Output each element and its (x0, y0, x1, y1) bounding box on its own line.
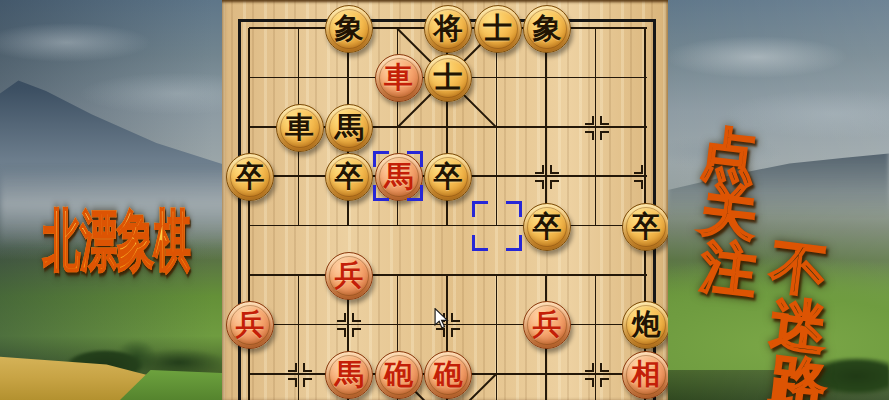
piece-black-車-f1r2[interactable]: 車 (276, 104, 324, 152)
banner-no-lost-text: 不迷路 (768, 240, 830, 400)
grid-line (496, 275, 498, 400)
piece-black-卒-f4r3[interactable]: 卒 (424, 153, 472, 201)
star-point-marker (534, 164, 558, 188)
banner-char: 路 (765, 350, 833, 400)
screenshot-stage: 象将士象車士車馬卒卒馬卒卒卒兵兵兵炮馬砲砲相 北漂象棋 点关注 不迷路 (0, 0, 889, 400)
piece-black-卒-f8r4[interactable]: 卒 (622, 203, 668, 251)
banner-char: 注 (695, 236, 763, 300)
selection-bracket (373, 151, 423, 201)
star-point-marker (584, 362, 608, 386)
piece-black-将-f4r0[interactable]: 将 (424, 5, 472, 53)
grid-line (249, 225, 647, 227)
background-sky-left (0, 0, 222, 170)
piece-black-象-f6r0[interactable]: 象 (523, 5, 571, 53)
star-point-marker (336, 312, 360, 336)
background-green-field-left (120, 370, 222, 400)
piece-black-卒-f2r3[interactable]: 卒 (325, 153, 373, 201)
background-yellow-field (0, 352, 222, 400)
piece-red-車-f3r1[interactable]: 車 (375, 54, 423, 102)
move-target-bracket (472, 201, 522, 251)
star-point-marker (584, 115, 608, 139)
piece-black-馬-f2r2[interactable]: 馬 (325, 104, 373, 152)
piece-red-相-f8r7[interactable]: 相 (622, 351, 668, 399)
mouse-cursor (434, 308, 449, 333)
grid-line (545, 28, 547, 226)
background-trees-left (40, 335, 225, 390)
piece-black-士-f5r0[interactable]: 士 (474, 5, 522, 53)
piece-black-卒-f0r3[interactable]: 卒 (226, 153, 274, 201)
grid-line (249, 274, 647, 276)
piece-black-象-f2r0[interactable]: 象 (325, 5, 373, 53)
piece-red-砲-f3r7[interactable]: 砲 (375, 351, 423, 399)
piece-red-馬-f2r7[interactable]: 馬 (325, 351, 373, 399)
star-point-marker (633, 164, 657, 188)
star-point-marker (287, 362, 311, 386)
piece-black-卒-f6r4[interactable]: 卒 (523, 203, 571, 251)
piece-red-兵-f2r5[interactable]: 兵 (325, 252, 373, 300)
banner-follow-text: 点关注 (698, 126, 760, 297)
channel-title: 北漂象棋 (43, 204, 189, 276)
piece-red-砲-f4r7[interactable]: 砲 (424, 351, 472, 399)
xiangqi-board[interactable]: 象将士象車士車馬卒卒馬卒卒卒兵兵兵炮馬砲砲相 (222, 0, 668, 400)
piece-black-炮-f8r6[interactable]: 炮 (622, 301, 668, 349)
